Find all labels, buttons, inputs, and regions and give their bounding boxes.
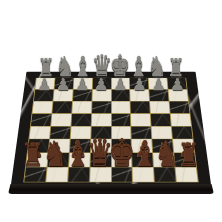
piece-silver-pawn[interactable]: ♟ [151, 77, 165, 93]
piece-silver-pawn[interactable]: ♟ [56, 77, 70, 93]
piece-silver-pawn[interactable]: ♟ [75, 77, 89, 93]
piece-copper-bishop[interactable]: ♝ [132, 136, 156, 171]
piece-silver-pawn[interactable]: ♟ [170, 77, 184, 93]
piece-copper-rook[interactable]: ♜ [178, 140, 200, 172]
piece-layer: ♜♞♝♛♚♝♞♜♟♟♟♟♟♟♟♟♟♟♟♟♟♟♟♟♜♞♝♛♚♝♞♜ [0, 0, 222, 222]
product-photo: ♜♞♝♛♚♝♞♜♟♟♟♟♟♟♟♟♟♟♟♟♟♟♟♟♜♞♝♛♚♝♞♜ [0, 0, 222, 222]
piece-silver-pawn[interactable]: ♟ [132, 77, 146, 93]
piece-silver-pawn[interactable]: ♟ [37, 77, 51, 93]
piece-copper-knight[interactable]: ♞ [155, 136, 179, 171]
piece-silver-pawn[interactable]: ♟ [113, 77, 127, 93]
piece-silver-pawn[interactable]: ♟ [94, 77, 108, 93]
piece-copper-king[interactable]: ♚ [109, 133, 136, 172]
piece-copper-knight[interactable]: ♞ [43, 136, 67, 171]
piece-copper-rook[interactable]: ♜ [22, 140, 44, 172]
